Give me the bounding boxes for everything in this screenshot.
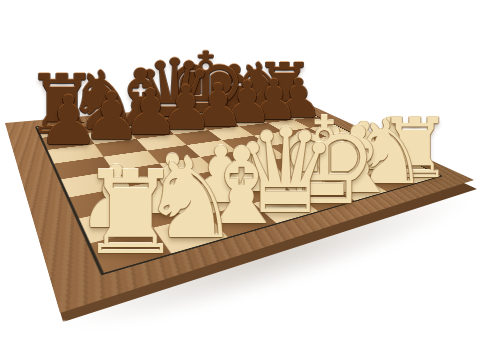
- chess-set-photo: ♜♞♝♛♚♝♞♜♟♟♟♟♟♟♟♟♟♟♟♟♟♟♟♟♜♞♝♛♚♝♞♜: [0, 0, 480, 360]
